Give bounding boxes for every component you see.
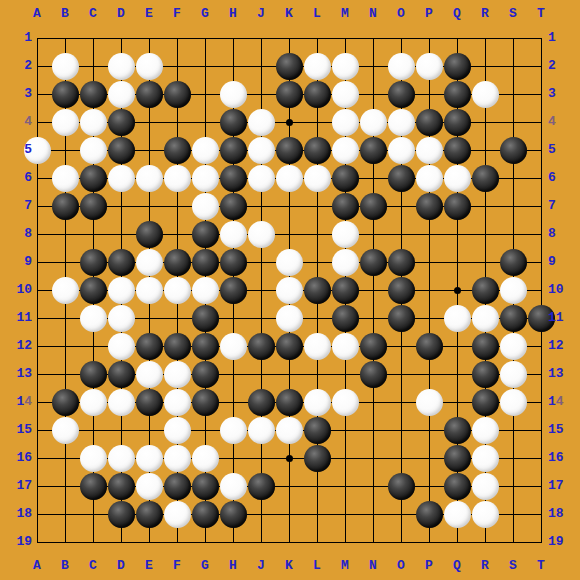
row-label-right-17: 17	[548, 478, 574, 494]
stone-D12-white[interactable]	[108, 333, 135, 360]
col-label-top-C: C	[79, 6, 107, 22]
stone-S14-white[interactable]	[500, 389, 527, 416]
stone-Q18-white[interactable]	[444, 501, 471, 528]
stone-M10-black[interactable]	[332, 277, 359, 304]
stone-C6-black[interactable]	[80, 165, 107, 192]
stone-R10-black[interactable]	[472, 277, 499, 304]
stone-E8-black[interactable]	[136, 221, 163, 248]
stone-D18-black[interactable]	[108, 501, 135, 528]
row-label-right-6: 6	[548, 170, 574, 186]
stone-R17-white[interactable]	[472, 473, 499, 500]
stone-S5-black[interactable]	[500, 137, 527, 164]
stone-O10-black[interactable]	[388, 277, 415, 304]
row-label-right-5: 5	[548, 142, 574, 158]
stone-E16-white[interactable]	[136, 445, 163, 472]
stone-S11-black[interactable]	[500, 305, 527, 332]
stone-R15-white[interactable]	[472, 417, 499, 444]
col-label-top-O: O	[387, 6, 415, 22]
stone-G17-black[interactable]	[192, 473, 219, 500]
col-label-bottom-Q: Q	[443, 558, 471, 574]
stone-J6-white[interactable]	[248, 165, 275, 192]
stone-C9-black[interactable]	[80, 249, 107, 276]
stone-G11-black[interactable]	[192, 305, 219, 332]
stone-P18-black[interactable]	[416, 501, 443, 528]
stone-N9-black[interactable]	[360, 249, 387, 276]
row-label-right-7: 7	[548, 198, 574, 214]
stone-H15-white[interactable]	[220, 417, 247, 444]
stone-Q11-white[interactable]	[444, 305, 471, 332]
stone-K5-black[interactable]	[276, 137, 303, 164]
stone-H12-white[interactable]	[220, 333, 247, 360]
row-label-left-3: 3	[6, 86, 32, 102]
grid-line-vertical	[541, 38, 542, 543]
stone-Q16-black[interactable]	[444, 445, 471, 472]
stone-F6-white[interactable]	[164, 165, 191, 192]
row-label-right-8: 8	[548, 226, 574, 242]
stone-K9-white[interactable]	[276, 249, 303, 276]
stone-K12-black[interactable]	[276, 333, 303, 360]
stone-L5-black[interactable]	[304, 137, 331, 164]
stone-F5-black[interactable]	[164, 137, 191, 164]
stone-L10-black[interactable]	[304, 277, 331, 304]
stone-F15-white[interactable]	[164, 417, 191, 444]
row-label-left-7: 7	[6, 198, 32, 214]
stone-E12-black[interactable]	[136, 333, 163, 360]
stone-H17-white[interactable]	[220, 473, 247, 500]
stone-M8-white[interactable]	[332, 221, 359, 248]
stone-J14-black[interactable]	[248, 389, 275, 416]
col-label-bottom-L: L	[303, 558, 331, 574]
stone-M14-white[interactable]	[332, 389, 359, 416]
stone-K11-white[interactable]	[276, 305, 303, 332]
stone-B4-white[interactable]	[52, 109, 79, 136]
stone-D6-white[interactable]	[108, 165, 135, 192]
col-label-top-N: N	[359, 6, 387, 22]
grid-line-horizontal	[37, 542, 542, 543]
stone-Q15-black[interactable]	[444, 417, 471, 444]
stone-R16-white[interactable]	[472, 445, 499, 472]
stone-R6-black[interactable]	[472, 165, 499, 192]
row-label-left-16: 16	[6, 450, 32, 466]
col-label-bottom-F: F	[163, 558, 191, 574]
stone-G8-black[interactable]	[192, 221, 219, 248]
row-label-left-14: 14	[6, 394, 32, 410]
stone-G6-white[interactable]	[192, 165, 219, 192]
stone-H6-black[interactable]	[220, 165, 247, 192]
stone-F9-black[interactable]	[164, 249, 191, 276]
stone-G16-white[interactable]	[192, 445, 219, 472]
stone-C17-black[interactable]	[80, 473, 107, 500]
stone-P14-white[interactable]	[416, 389, 443, 416]
stone-O2-white[interactable]	[388, 53, 415, 80]
stone-C14-white[interactable]	[80, 389, 107, 416]
col-label-top-J: J	[247, 6, 275, 22]
stone-F13-white[interactable]	[164, 361, 191, 388]
col-label-bottom-N: N	[359, 558, 387, 574]
stone-R11-white[interactable]	[472, 305, 499, 332]
stone-M4-white[interactable]	[332, 109, 359, 136]
row-label-left-1: 1	[6, 30, 32, 46]
col-label-bottom-O: O	[387, 558, 415, 574]
stone-F14-white[interactable]	[164, 389, 191, 416]
stone-F10-white[interactable]	[164, 277, 191, 304]
row-label-right-14: 14	[548, 394, 574, 410]
stone-D3-white[interactable]	[108, 81, 135, 108]
col-label-bottom-R: R	[471, 558, 499, 574]
stone-D2-white[interactable]	[108, 53, 135, 80]
stone-K15-white[interactable]	[276, 417, 303, 444]
stone-B15-white[interactable]	[52, 417, 79, 444]
stone-P12-black[interactable]	[416, 333, 443, 360]
stone-Q17-black[interactable]	[444, 473, 471, 500]
row-label-right-13: 13	[548, 366, 574, 382]
stone-D5-black[interactable]	[108, 137, 135, 164]
row-label-right-18: 18	[548, 506, 574, 522]
stone-J17-black[interactable]	[248, 473, 275, 500]
col-label-top-M: M	[331, 6, 359, 22]
stone-L16-black[interactable]	[304, 445, 331, 472]
stone-G12-black[interactable]	[192, 333, 219, 360]
stone-K10-white[interactable]	[276, 277, 303, 304]
stone-G10-white[interactable]	[192, 277, 219, 304]
stone-N5-black[interactable]	[360, 137, 387, 164]
row-label-left-12: 12	[6, 338, 32, 354]
col-label-top-E: E	[135, 6, 163, 22]
col-label-top-G: G	[191, 6, 219, 22]
stone-K3-black[interactable]	[276, 81, 303, 108]
stone-K14-black[interactable]	[276, 389, 303, 416]
row-label-right-19: 19	[548, 534, 574, 550]
col-label-top-R: R	[471, 6, 499, 22]
col-label-top-K: K	[275, 6, 303, 22]
col-label-bottom-H: H	[219, 558, 247, 574]
stone-D9-black[interactable]	[108, 249, 135, 276]
stone-P6-white[interactable]	[416, 165, 443, 192]
stone-D11-white[interactable]	[108, 305, 135, 332]
star-point-Q10	[454, 287, 461, 294]
stone-E14-black[interactable]	[136, 389, 163, 416]
col-label-top-T: T	[527, 6, 555, 22]
row-label-left-15: 15	[6, 422, 32, 438]
stone-D17-black[interactable]	[108, 473, 135, 500]
stone-O6-black[interactable]	[388, 165, 415, 192]
stone-J8-white[interactable]	[248, 221, 275, 248]
stone-O3-black[interactable]	[388, 81, 415, 108]
stone-J12-black[interactable]	[248, 333, 275, 360]
stone-C3-black[interactable]	[80, 81, 107, 108]
stone-K6-white[interactable]	[276, 165, 303, 192]
stone-M11-black[interactable]	[332, 305, 359, 332]
stone-H18-black[interactable]	[220, 501, 247, 528]
stone-C11-white[interactable]	[80, 305, 107, 332]
stone-O4-white[interactable]	[388, 109, 415, 136]
stone-D13-black[interactable]	[108, 361, 135, 388]
col-label-bottom-K: K	[275, 558, 303, 574]
stone-H4-black[interactable]	[220, 109, 247, 136]
row-label-right-10: 10	[548, 282, 574, 298]
stone-R18-white[interactable]	[472, 501, 499, 528]
stone-Q3-black[interactable]	[444, 81, 471, 108]
stone-J5-white[interactable]	[248, 137, 275, 164]
stone-R3-white[interactable]	[472, 81, 499, 108]
stone-G7-white[interactable]	[192, 193, 219, 220]
stone-E9-white[interactable]	[136, 249, 163, 276]
row-label-left-8: 8	[6, 226, 32, 242]
stone-P7-black[interactable]	[416, 193, 443, 220]
stone-D16-white[interactable]	[108, 445, 135, 472]
stone-Q7-black[interactable]	[444, 193, 471, 220]
stone-R13-black[interactable]	[472, 361, 499, 388]
row-label-right-2: 2	[548, 58, 574, 74]
stone-G13-black[interactable]	[192, 361, 219, 388]
col-label-bottom-A: A	[23, 558, 51, 574]
stone-L3-black[interactable]	[304, 81, 331, 108]
row-label-right-1: 1	[548, 30, 574, 46]
stone-F17-black[interactable]	[164, 473, 191, 500]
stone-L14-white[interactable]	[304, 389, 331, 416]
row-label-left-10: 10	[6, 282, 32, 298]
row-label-right-12: 12	[548, 338, 574, 354]
col-label-bottom-C: C	[79, 558, 107, 574]
col-label-top-D: D	[107, 6, 135, 22]
stone-H5-black[interactable]	[220, 137, 247, 164]
stone-D14-white[interactable]	[108, 389, 135, 416]
stone-B3-black[interactable]	[52, 81, 79, 108]
stone-M9-white[interactable]	[332, 249, 359, 276]
row-label-right-16: 16	[548, 450, 574, 466]
stone-P4-black[interactable]	[416, 109, 443, 136]
stone-E17-white[interactable]	[136, 473, 163, 500]
stone-G5-white[interactable]	[192, 137, 219, 164]
stone-C10-black[interactable]	[80, 277, 107, 304]
stone-M7-black[interactable]	[332, 193, 359, 220]
stone-O5-white[interactable]	[388, 137, 415, 164]
stone-G14-black[interactable]	[192, 389, 219, 416]
row-label-left-11: 11	[6, 310, 32, 326]
stone-N4-white[interactable]	[360, 109, 387, 136]
stone-B7-black[interactable]	[52, 193, 79, 220]
stone-C13-black[interactable]	[80, 361, 107, 388]
col-label-top-P: P	[415, 6, 443, 22]
stone-C16-white[interactable]	[80, 445, 107, 472]
stone-F3-black[interactable]	[164, 81, 191, 108]
col-label-bottom-S: S	[499, 558, 527, 574]
row-label-right-9: 9	[548, 254, 574, 270]
col-label-bottom-B: B	[51, 558, 79, 574]
row-label-right-15: 15	[548, 422, 574, 438]
row-label-left-6: 6	[6, 170, 32, 186]
stone-O9-black[interactable]	[388, 249, 415, 276]
row-label-left-9: 9	[6, 254, 32, 270]
row-label-left-19: 19	[6, 534, 32, 550]
col-label-bottom-E: E	[135, 558, 163, 574]
stone-Q4-black[interactable]	[444, 109, 471, 136]
stone-O17-black[interactable]	[388, 473, 415, 500]
col-label-top-H: H	[219, 6, 247, 22]
col-label-bottom-P: P	[415, 558, 443, 574]
stone-B10-white[interactable]	[52, 277, 79, 304]
stone-H7-black[interactable]	[220, 193, 247, 220]
stone-E10-white[interactable]	[136, 277, 163, 304]
stone-M5-white[interactable]	[332, 137, 359, 164]
stone-F12-black[interactable]	[164, 333, 191, 360]
stone-L2-white[interactable]	[304, 53, 331, 80]
stone-M6-black[interactable]	[332, 165, 359, 192]
stone-S13-white[interactable]	[500, 361, 527, 388]
stone-E2-white[interactable]	[136, 53, 163, 80]
stone-Q6-white[interactable]	[444, 165, 471, 192]
stone-L15-black[interactable]	[304, 417, 331, 444]
stone-G9-black[interactable]	[192, 249, 219, 276]
col-label-bottom-T: T	[527, 558, 555, 574]
stone-B6-white[interactable]	[52, 165, 79, 192]
col-label-bottom-D: D	[107, 558, 135, 574]
stone-H10-black[interactable]	[220, 277, 247, 304]
stone-D10-white[interactable]	[108, 277, 135, 304]
stone-E13-white[interactable]	[136, 361, 163, 388]
stone-Q2-black[interactable]	[444, 53, 471, 80]
stone-H9-black[interactable]	[220, 249, 247, 276]
stone-E18-black[interactable]	[136, 501, 163, 528]
col-label-bottom-G: G	[191, 558, 219, 574]
stone-R14-black[interactable]	[472, 389, 499, 416]
star-point-K4	[286, 119, 293, 126]
stone-D4-black[interactable]	[108, 109, 135, 136]
stone-H8-white[interactable]	[220, 221, 247, 248]
stone-B2-white[interactable]	[52, 53, 79, 80]
go-board[interactable]: AABBCCDDEEFFGGHHJJKKLLMMNNOOPPQQRRSSTT11…	[0, 0, 580, 580]
stone-C4-white[interactable]	[80, 109, 107, 136]
row-label-right-3: 3	[548, 86, 574, 102]
stone-E3-black[interactable]	[136, 81, 163, 108]
stone-G18-black[interactable]	[192, 501, 219, 528]
stone-O11-black[interactable]	[388, 305, 415, 332]
row-label-left-18: 18	[6, 506, 32, 522]
stone-E6-white[interactable]	[136, 165, 163, 192]
row-label-right-11: 11	[548, 310, 574, 326]
stone-C5-white[interactable]	[80, 137, 107, 164]
stone-M12-white[interactable]	[332, 333, 359, 360]
stone-S9-black[interactable]	[500, 249, 527, 276]
stone-P5-white[interactable]	[416, 137, 443, 164]
stone-P2-white[interactable]	[416, 53, 443, 80]
row-label-left-13: 13	[6, 366, 32, 382]
stone-M2-white[interactable]	[332, 53, 359, 80]
star-point-K16	[286, 455, 293, 462]
stone-N12-black[interactable]	[360, 333, 387, 360]
col-label-bottom-J: J	[247, 558, 275, 574]
stone-H3-white[interactable]	[220, 81, 247, 108]
col-label-top-Q: Q	[443, 6, 471, 22]
row-label-left-4: 4	[6, 114, 32, 130]
stone-N7-black[interactable]	[360, 193, 387, 220]
stone-C7-black[interactable]	[80, 193, 107, 220]
col-label-top-B: B	[51, 6, 79, 22]
col-label-bottom-M: M	[331, 558, 359, 574]
col-label-top-S: S	[499, 6, 527, 22]
stone-L12-white[interactable]	[304, 333, 331, 360]
stone-Q5-black[interactable]	[444, 137, 471, 164]
stone-F16-white[interactable]	[164, 445, 191, 472]
stone-N13-black[interactable]	[360, 361, 387, 388]
row-label-left-2: 2	[6, 58, 32, 74]
stone-S12-white[interactable]	[500, 333, 527, 360]
stone-K2-black[interactable]	[276, 53, 303, 80]
col-label-top-L: L	[303, 6, 331, 22]
row-label-left-5: 5	[6, 142, 32, 158]
stone-R12-black[interactable]	[472, 333, 499, 360]
col-label-top-A: A	[23, 6, 51, 22]
stone-L6-white[interactable]	[304, 165, 331, 192]
row-label-right-4: 4	[548, 114, 574, 130]
stone-F18-white[interactable]	[164, 501, 191, 528]
stone-J4-white[interactable]	[248, 109, 275, 136]
stone-B14-black[interactable]	[52, 389, 79, 416]
row-label-left-17: 17	[6, 478, 32, 494]
col-label-top-F: F	[163, 6, 191, 22]
stone-M3-white[interactable]	[332, 81, 359, 108]
stone-J15-white[interactable]	[248, 417, 275, 444]
stone-S10-white[interactable]	[500, 277, 527, 304]
